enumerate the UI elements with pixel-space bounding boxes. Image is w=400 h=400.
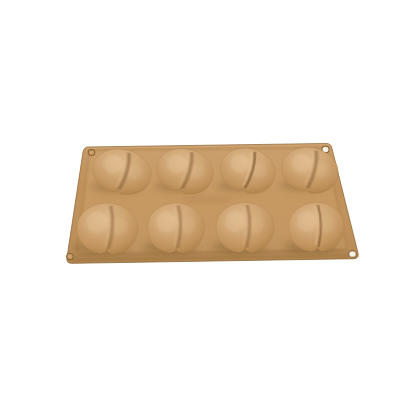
corner-hole-top-left: [88, 150, 94, 156]
mold-illustration: [0, 0, 400, 400]
bump-highlight: [180, 217, 195, 234]
product-photo: [0, 0, 400, 400]
silicone-mold: [67, 142, 359, 263]
bump-highlight: [225, 211, 246, 232]
cavity-bump-r2c2: [147, 203, 204, 253]
cavity-bump-r2c3: [216, 203, 274, 253]
corner-hole-bottom-left: [67, 254, 74, 260]
corner-hole-bottom-right: [349, 251, 357, 258]
embossed-logo: [182, 195, 232, 204]
bump-highlight: [156, 211, 176, 232]
bump-highlight: [249, 217, 264, 234]
